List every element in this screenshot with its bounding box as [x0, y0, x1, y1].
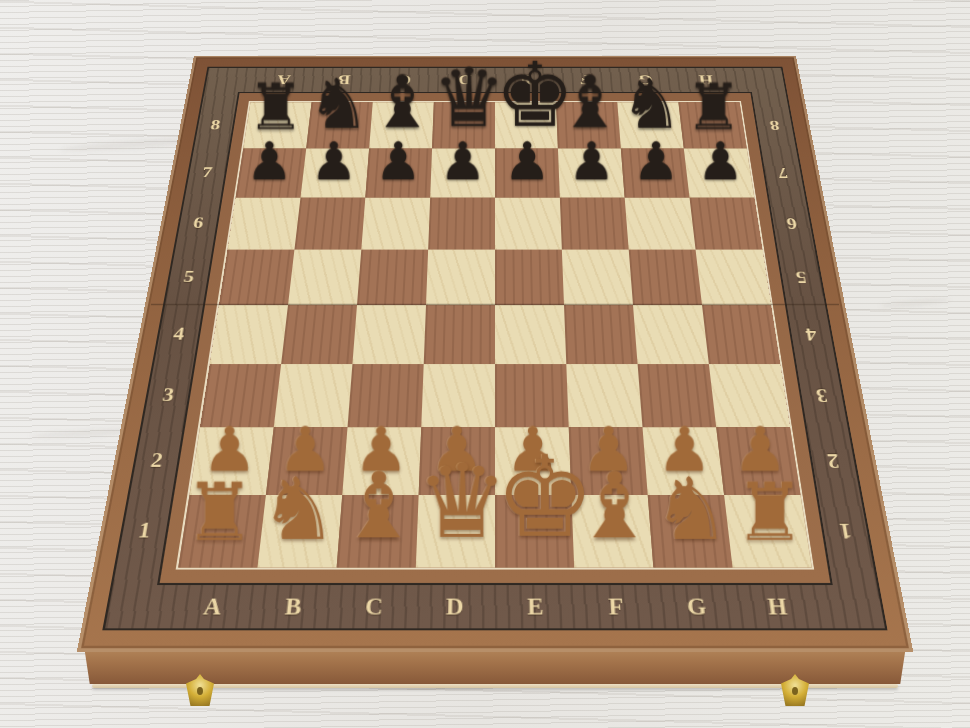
fold-seam [151, 304, 840, 306]
square-g1[interactable]: ♞ [648, 495, 733, 568]
file-label: H [674, 68, 738, 92]
piece-white-knight[interactable]: ♞ [259, 466, 338, 553]
piece-black-pawn[interactable]: ♟ [366, 135, 430, 187]
file-label: H [735, 585, 822, 628]
piece-white-rook[interactable]: ♜ [731, 473, 810, 553]
square-f7[interactable]: ♟ [558, 148, 625, 197]
chess-board: ♜♞♝♛♚♝♞♜♟♟♟♟♟♟♟♟♟♟♟♟♟♟♟♟♜♞♝♛♚♝♞♜ 8765432… [77, 56, 913, 652]
square-c7[interactable]: ♟ [365, 148, 432, 197]
square-b7[interactable]: ♟ [301, 148, 370, 197]
square-a4[interactable] [210, 305, 288, 364]
file-label: F [575, 585, 658, 628]
piece-black-pawn[interactable]: ♟ [495, 135, 559, 187]
piece-black-pawn[interactable]: ♟ [431, 135, 495, 187]
piece-black-pawn[interactable]: ♟ [237, 135, 301, 187]
square-c1[interactable]: ♝ [337, 495, 419, 568]
piece-black-pawn[interactable]: ♟ [624, 135, 688, 187]
square-c6[interactable] [361, 198, 430, 250]
square-a1[interactable]: ♜ [178, 495, 266, 568]
file-label: D [434, 68, 495, 92]
piece-white-bishop[interactable]: ♝ [574, 461, 653, 552]
piece-white-knight[interactable]: ♞ [652, 466, 731, 553]
square-b4[interactable] [281, 305, 357, 364]
square-h4[interactable] [702, 305, 780, 364]
square-b1[interactable]: ♞ [257, 495, 342, 568]
piece-white-queen[interactable]: ♛ [416, 450, 495, 553]
coords-bottom: ABCDEFGH [169, 585, 821, 628]
square-h6[interactable] [689, 198, 762, 250]
photo-background: { "game": "chess", "scene": "Overhead ph… [0, 0, 970, 728]
square-h7[interactable]: ♟ [684, 148, 755, 197]
square-e1[interactable]: ♚ [495, 495, 574, 568]
file-label: C [332, 585, 415, 628]
square-f1[interactable]: ♝ [571, 495, 653, 568]
file-label: C [374, 68, 436, 92]
square-d4[interactable] [424, 305, 495, 364]
square-e7[interactable]: ♟ [495, 148, 560, 197]
file-label: E [495, 585, 577, 628]
file-label: A [169, 585, 256, 628]
square-g7[interactable]: ♟ [621, 148, 690, 197]
square-e4[interactable] [495, 305, 566, 364]
square-g6[interactable] [625, 198, 696, 250]
piece-white-rook[interactable]: ♜ [181, 473, 260, 553]
square-c4[interactable] [352, 305, 426, 364]
square-e6[interactable] [495, 198, 562, 250]
square-h1[interactable]: ♜ [724, 495, 812, 568]
file-label: F [555, 68, 617, 92]
square-f4[interactable] [564, 305, 638, 364]
piece-white-bishop[interactable]: ♝ [338, 461, 417, 552]
piece-black-pawn[interactable]: ♟ [302, 135, 366, 187]
floor-grain-streak [880, 297, 950, 309]
file-label: G [615, 68, 678, 92]
square-b6[interactable] [294, 198, 365, 250]
piece-white-king[interactable]: ♚ [495, 441, 574, 553]
file-label: B [313, 68, 376, 92]
square-a6[interactable] [228, 198, 301, 250]
square-d6[interactable] [428, 198, 495, 250]
square-d7[interactable]: ♟ [430, 148, 495, 197]
piece-black-king[interactable]: ♚ [495, 50, 558, 139]
board-field: ♜♞♝♛♚♝♞♜♟♟♟♟♟♟♟♟♟♟♟♟♟♟♟♟♜♞♝♛♚♝♞♜ [178, 102, 811, 567]
square-a7[interactable]: ♟ [236, 148, 307, 197]
file-label: B [250, 585, 335, 628]
file-label: G [655, 585, 740, 628]
piece-black-pawn[interactable]: ♟ [559, 135, 623, 187]
piece-black-pawn[interactable]: ♟ [688, 135, 752, 187]
file-label: E [495, 68, 556, 92]
square-d1[interactable]: ♛ [416, 495, 495, 568]
file-label: D [413, 585, 495, 628]
board-scene: ♜♞♝♛♚♝♞♜♟♟♟♟♟♟♟♟♟♟♟♟♟♟♟♟♜♞♝♛♚♝♞♜ 8765432… [145, 0, 845, 655]
square-g4[interactable] [633, 305, 709, 364]
file-label: A [252, 68, 316, 92]
square-f6[interactable] [560, 198, 629, 250]
coords-top: ABCDEFGH [252, 68, 738, 92]
